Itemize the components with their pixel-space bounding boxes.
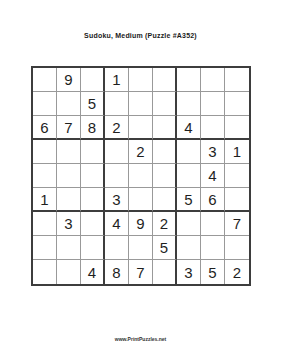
cell-r1c9 — [225, 68, 249, 92]
cell-r4c6 — [153, 140, 177, 164]
cell-r1c7 — [177, 68, 201, 92]
cell-r2c2 — [57, 92, 81, 116]
cell-r7c1 — [33, 212, 57, 236]
cell-r9c6 — [153, 260, 177, 284]
cell-r5c2 — [57, 164, 81, 188]
cell-r5c6 — [153, 164, 177, 188]
cell-r4c8: 3 — [201, 140, 225, 164]
cell-r6c8: 6 — [201, 188, 225, 212]
cell-r2c9 — [225, 92, 249, 116]
cell-r4c4 — [105, 140, 129, 164]
cell-r6c1: 1 — [33, 188, 57, 212]
cell-r7c5: 9 — [129, 212, 153, 236]
cell-r3c8 — [201, 116, 225, 140]
cell-r6c9 — [225, 188, 249, 212]
cell-r6c4: 3 — [105, 188, 129, 212]
sudoku-board: 9156782423141356349275487352 — [31, 66, 251, 286]
cell-r9c8: 5 — [201, 260, 225, 284]
cell-r7c8 — [201, 212, 225, 236]
cell-r6c3 — [81, 188, 105, 212]
footer-url: www.PrintPuzzles.net — [0, 336, 281, 342]
cell-r9c7: 3 — [177, 260, 201, 284]
cell-r7c4: 4 — [105, 212, 129, 236]
cell-r2c5 — [129, 92, 153, 116]
cell-r7c9: 7 — [225, 212, 249, 236]
cell-r5c3 — [81, 164, 105, 188]
cell-r8c9 — [225, 236, 249, 260]
cell-r8c3 — [81, 236, 105, 260]
cell-r3c1: 6 — [33, 116, 57, 140]
cell-r6c6 — [153, 188, 177, 212]
cell-r5c1 — [33, 164, 57, 188]
cell-r7c7 — [177, 212, 201, 236]
cell-r9c2 — [57, 260, 81, 284]
cell-r3c9 — [225, 116, 249, 140]
cell-r5c5 — [129, 164, 153, 188]
cell-r9c4: 8 — [105, 260, 129, 284]
cell-r2c8 — [201, 92, 225, 116]
cell-r4c2 — [57, 140, 81, 164]
cell-r8c1 — [33, 236, 57, 260]
cell-r1c4: 1 — [105, 68, 129, 92]
cell-r6c5 — [129, 188, 153, 212]
cell-r4c9: 1 — [225, 140, 249, 164]
cell-r8c4 — [105, 236, 129, 260]
cell-r4c3 — [81, 140, 105, 164]
cell-r8c5 — [129, 236, 153, 260]
cell-r1c5 — [129, 68, 153, 92]
cell-r3c7: 4 — [177, 116, 201, 140]
cell-r5c9 — [225, 164, 249, 188]
cell-r6c7: 5 — [177, 188, 201, 212]
cell-r8c2 — [57, 236, 81, 260]
cell-r1c3 — [81, 68, 105, 92]
cell-r1c1 — [33, 68, 57, 92]
cell-r2c1 — [33, 92, 57, 116]
cell-r2c6 — [153, 92, 177, 116]
cell-r6c2 — [57, 188, 81, 212]
cell-r3c3: 8 — [81, 116, 105, 140]
cell-r9c5: 7 — [129, 260, 153, 284]
cell-r3c6 — [153, 116, 177, 140]
cell-r2c3: 5 — [81, 92, 105, 116]
cell-r5c7 — [177, 164, 201, 188]
cell-r8c8 — [201, 236, 225, 260]
puzzle-title: Sudoku, Medium (Puzzle #A352) — [0, 32, 281, 39]
cell-r3c5 — [129, 116, 153, 140]
cell-r9c9: 2 — [225, 260, 249, 284]
cell-r4c1 — [33, 140, 57, 164]
sudoku-page: Sudoku, Medium (Puzzle #A352) 9156782423… — [0, 0, 281, 363]
cell-r3c2: 7 — [57, 116, 81, 140]
cell-r8c7 — [177, 236, 201, 260]
cell-r1c8 — [201, 68, 225, 92]
cell-r8c6: 5 — [153, 236, 177, 260]
cell-r1c6 — [153, 68, 177, 92]
cell-r9c1 — [33, 260, 57, 284]
cell-r5c4 — [105, 164, 129, 188]
cell-r7c6: 2 — [153, 212, 177, 236]
cell-r4c5: 2 — [129, 140, 153, 164]
cell-r4c7 — [177, 140, 201, 164]
cell-r7c3 — [81, 212, 105, 236]
cell-r1c2: 9 — [57, 68, 81, 92]
cell-r2c7 — [177, 92, 201, 116]
cell-r5c8: 4 — [201, 164, 225, 188]
cell-r2c4 — [105, 92, 129, 116]
cell-r7c2: 3 — [57, 212, 81, 236]
cell-r3c4: 2 — [105, 116, 129, 140]
cell-r9c3: 4 — [81, 260, 105, 284]
